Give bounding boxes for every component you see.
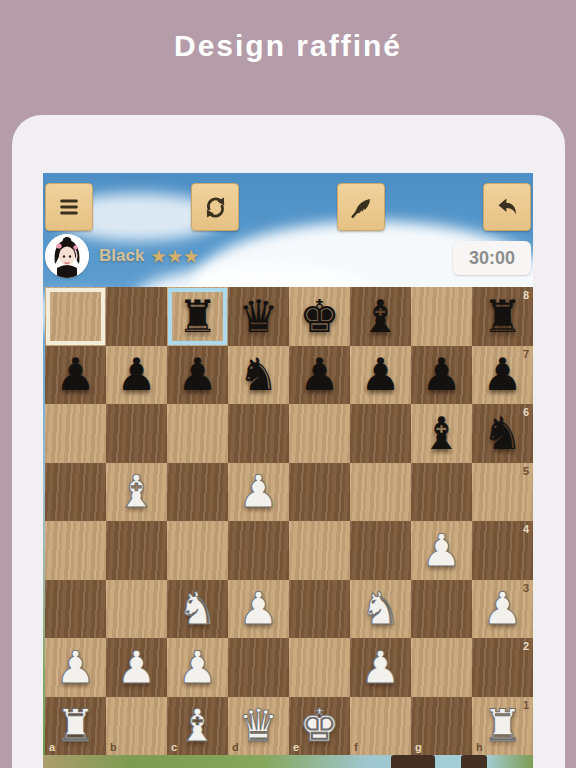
square-b8[interactable] <box>106 287 167 346</box>
white-knight: ♞ <box>360 586 400 631</box>
square-e6[interactable] <box>289 404 350 463</box>
square-e1[interactable]: ♚e <box>289 697 350 756</box>
toolbar <box>45 183 531 231</box>
black-bishop: ♝ <box>421 411 461 456</box>
square-b3[interactable] <box>106 580 167 639</box>
square-a2[interactable]: ♟ <box>45 638 106 697</box>
rank-label-1: 1 <box>523 699 529 711</box>
square-f6[interactable] <box>350 404 411 463</box>
statue-leg <box>461 755 487 768</box>
square-a1[interactable]: ♜a <box>45 697 106 756</box>
black-king: ♚ <box>299 294 339 339</box>
flip-board-icon <box>202 194 229 221</box>
rank-label-8: 8 <box>523 289 529 301</box>
banner-title: Design raffiné <box>174 29 402 63</box>
white-pawn: ♟ <box>421 528 461 573</box>
square-f7[interactable]: ♟ <box>350 346 411 405</box>
feather-icon <box>348 194 375 221</box>
white-king: ♚ <box>299 703 339 748</box>
square-c6[interactable] <box>167 404 228 463</box>
square-h3[interactable]: ♟3 <box>472 580 533 639</box>
square-g7[interactable]: ♟ <box>411 346 472 405</box>
white-pawn: ♟ <box>482 586 522 631</box>
square-a3[interactable] <box>45 580 106 639</box>
white-bishop: ♝ <box>116 469 156 514</box>
white-pawn: ♟ <box>360 645 400 690</box>
undo-button[interactable] <box>483 183 531 231</box>
square-a4[interactable] <box>45 521 106 580</box>
square-d2[interactable] <box>228 638 289 697</box>
square-g1[interactable]: g <box>411 697 472 756</box>
black-pawn: ♟ <box>482 352 522 397</box>
white-rook: ♜ <box>55 703 95 748</box>
player-avatar[interactable] <box>45 234 89 278</box>
square-f8[interactable]: ♝ <box>350 287 411 346</box>
white-pawn: ♟ <box>177 645 217 690</box>
square-f5[interactable] <box>350 463 411 522</box>
square-g5[interactable] <box>411 463 472 522</box>
square-a5[interactable] <box>45 463 106 522</box>
square-a7[interactable]: ♟ <box>45 346 106 405</box>
white-pawn: ♟ <box>238 586 278 631</box>
square-f1[interactable]: f <box>350 697 411 756</box>
square-c3[interactable]: ♞ <box>167 580 228 639</box>
file-label-b: b <box>110 741 117 753</box>
square-b1[interactable]: b <box>106 697 167 756</box>
square-d8[interactable]: ♛ <box>228 287 289 346</box>
rank-label-4: 4 <box>523 523 529 535</box>
player-name: Black ★★★ <box>99 246 200 266</box>
square-c8[interactable]: ♜ <box>167 287 228 346</box>
ground-strip <box>43 755 533 768</box>
square-h8[interactable]: ♜8 <box>472 287 533 346</box>
statue-leg <box>391 755 435 768</box>
square-d3[interactable]: ♟ <box>228 580 289 639</box>
square-d7[interactable]: ♞ <box>228 346 289 405</box>
square-b2[interactable]: ♟ <box>106 638 167 697</box>
theme-button[interactable] <box>337 183 385 231</box>
square-h2[interactable]: 2 <box>472 638 533 697</box>
flip-board-button[interactable] <box>191 183 239 231</box>
player-rating-stars: ★★★ <box>151 247 200 266</box>
rank-label-5: 5 <box>523 465 529 477</box>
rank-label-6: 6 <box>523 406 529 418</box>
white-knight: ♞ <box>177 586 217 631</box>
black-pawn: ♟ <box>299 352 339 397</box>
tablet-frame: Black ★★★ 30:00 ♜♛♚♝♜8♟♟♟♞♟♟♟♟7♝♞6♝♟5♟4♞… <box>12 115 565 768</box>
file-label-g: g <box>415 741 422 753</box>
black-pawn: ♟ <box>360 352 400 397</box>
square-d4[interactable] <box>228 521 289 580</box>
player-name-label: Black <box>99 246 144 266</box>
square-c1[interactable]: ♝c <box>167 697 228 756</box>
black-rook: ♜ <box>177 294 217 339</box>
square-f4[interactable] <box>350 521 411 580</box>
black-knight: ♞ <box>482 411 522 456</box>
file-label-a: a <box>49 741 55 753</box>
white-queen: ♛ <box>238 703 278 748</box>
square-g4[interactable]: ♟ <box>411 521 472 580</box>
file-label-c: c <box>171 741 177 753</box>
square-h7[interactable]: ♟7 <box>472 346 533 405</box>
white-pawn: ♟ <box>238 469 278 514</box>
black-rook: ♜ <box>482 294 522 339</box>
black-pawn: ♟ <box>177 352 217 397</box>
square-f2[interactable]: ♟ <box>350 638 411 697</box>
white-bishop: ♝ <box>177 703 217 748</box>
square-h4[interactable]: 4 <box>472 521 533 580</box>
square-c5[interactable] <box>167 463 228 522</box>
avatar-girl-icon <box>45 234 89 278</box>
square-d1[interactable]: ♛d <box>228 697 289 756</box>
black-pawn: ♟ <box>55 352 95 397</box>
white-pawn: ♟ <box>116 645 156 690</box>
black-queen: ♛ <box>238 294 278 339</box>
chess-board: ♜♛♚♝♜8♟♟♟♞♟♟♟♟7♝♞6♝♟5♟4♞♟♞♟3♟♟♟♟2♜ab♝c♛d… <box>45 287 533 755</box>
square-e3[interactable] <box>289 580 350 639</box>
square-g3[interactable] <box>411 580 472 639</box>
square-b5[interactable]: ♝ <box>106 463 167 522</box>
square-f3[interactable]: ♞ <box>350 580 411 639</box>
rank-label-3: 3 <box>523 582 529 594</box>
chess-app-screen: Black ★★★ 30:00 ♜♛♚♝♜8♟♟♟♞♟♟♟♟7♝♞6♝♟5♟4♞… <box>43 173 533 768</box>
black-knight: ♞ <box>238 352 278 397</box>
square-e4[interactable] <box>289 521 350 580</box>
square-c7[interactable]: ♟ <box>167 346 228 405</box>
square-b7[interactable]: ♟ <box>106 346 167 405</box>
file-label-f: f <box>354 741 358 753</box>
square-b4[interactable] <box>106 521 167 580</box>
undo-icon <box>494 194 521 221</box>
square-d5[interactable]: ♟ <box>228 463 289 522</box>
square-g8[interactable] <box>411 287 472 346</box>
square-h6[interactable]: ♞6 <box>472 404 533 463</box>
square-e5[interactable] <box>289 463 350 522</box>
square-a8[interactable] <box>45 287 106 346</box>
square-c2[interactable]: ♟ <box>167 638 228 697</box>
menu-icon <box>56 194 82 220</box>
square-h5[interactable]: 5 <box>472 463 533 522</box>
rank-label-2: 2 <box>523 640 529 652</box>
white-pawn: ♟ <box>55 645 95 690</box>
square-e8[interactable]: ♚ <box>289 287 350 346</box>
square-a6[interactable] <box>45 404 106 463</box>
white-rook: ♜ <box>482 703 522 748</box>
black-bishop: ♝ <box>360 294 400 339</box>
black-pawn: ♟ <box>421 352 461 397</box>
square-d6[interactable] <box>228 404 289 463</box>
game-timer: 30:00 <box>453 241 531 275</box>
rank-label-7: 7 <box>523 348 529 360</box>
square-c4[interactable] <box>167 521 228 580</box>
square-e7[interactable]: ♟ <box>289 346 350 405</box>
square-g6[interactable]: ♝ <box>411 404 472 463</box>
black-pawn: ♟ <box>116 352 156 397</box>
square-g2[interactable] <box>411 638 472 697</box>
promo-banner: Design raffiné <box>0 0 576 115</box>
square-b6[interactable] <box>106 404 167 463</box>
square-e2[interactable] <box>289 638 350 697</box>
menu-button[interactable] <box>45 183 93 231</box>
square-h1[interactable]: ♜h1 <box>472 697 533 756</box>
player-info-row: Black ★★★ 30:00 <box>45 234 531 278</box>
